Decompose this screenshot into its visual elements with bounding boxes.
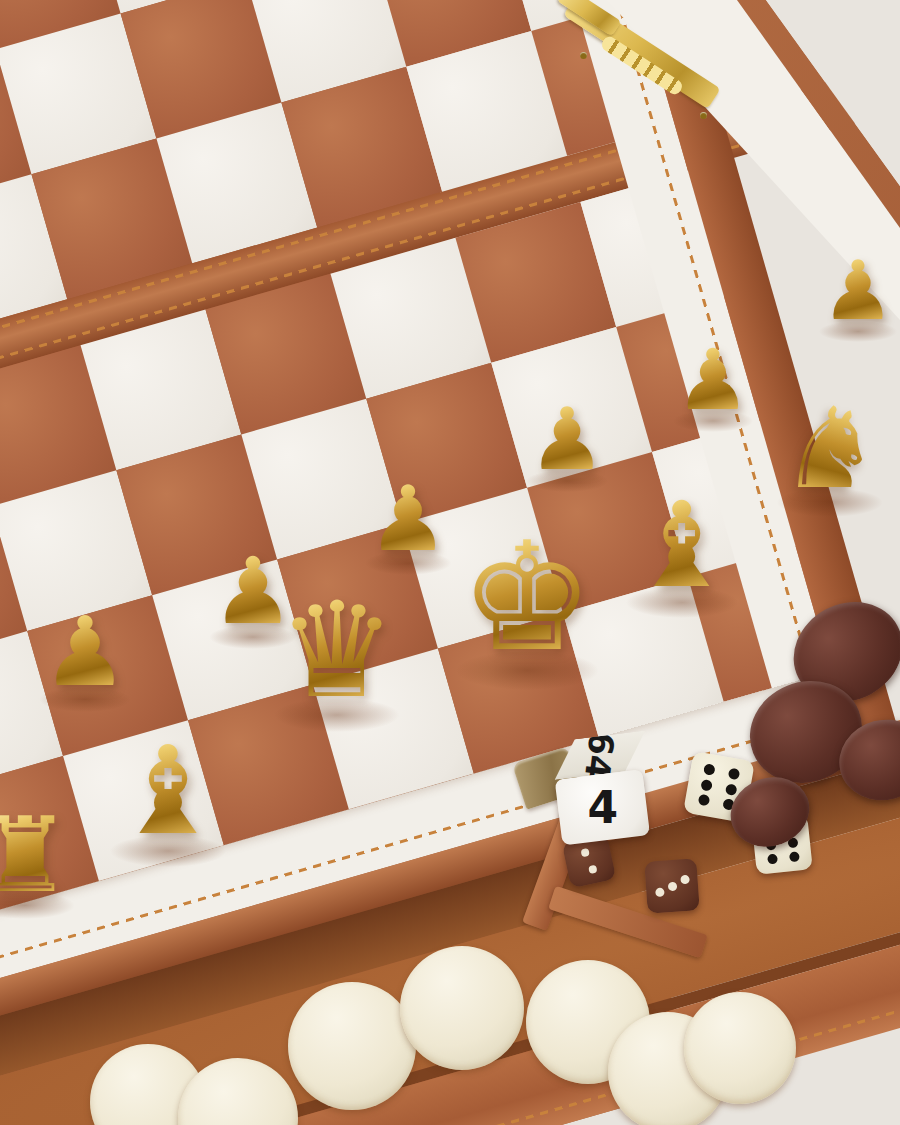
chess-pieces-layer: ♜♝♟♟♛♚♟♝♟♟♞♟ — [0, 0, 900, 1125]
chess-piece-queen-d2[interactable]: ♛ — [278, 584, 396, 716]
chess-piece-pawn-e3[interactable]: ♟ — [368, 474, 449, 564]
chess-piece-knight-h2[interactable]: ♞ — [780, 392, 880, 504]
product-photo-chess-case: 64 4 ♜♝♟♟♛♚♟♝♟♟♞♟ — [0, 0, 900, 1125]
chess-piece-pawn-h4[interactable]: ♟ — [821, 250, 895, 332]
chess-piece-pawn-h3[interactable]: ♟ — [675, 338, 750, 422]
chess-piece-pawn-c2[interactable]: ♟ — [42, 604, 128, 700]
chess-piece-pawn-g3[interactable]: ♟ — [528, 396, 605, 482]
chess-piece-king-f2[interactable]: ♚ — [460, 522, 594, 672]
chess-piece-rook-b1[interactable]: ♜ — [0, 803, 72, 907]
chess-piece-bishop-g2[interactable]: ♝ — [629, 486, 735, 604]
chess-piece-bishop-c1[interactable]: ♝ — [113, 730, 222, 852]
